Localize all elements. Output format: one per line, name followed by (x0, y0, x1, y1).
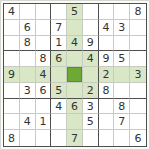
cell-r2c5[interactable] (67, 20, 83, 36)
cell-r1c9[interactable]: 8 (130, 4, 146, 20)
cell-r8c7[interactable] (99, 114, 115, 130)
cell-r7c9[interactable] (130, 99, 146, 115)
cell-r1c8[interactable] (114, 4, 130, 20)
cell-r4c2[interactable] (20, 51, 36, 67)
cell-r1c7[interactable] (99, 4, 115, 20)
cell-r1c4[interactable] (51, 4, 67, 20)
cell-r3c6[interactable]: 9 (83, 36, 99, 52)
cell-r2c7[interactable]: 4 (99, 20, 115, 36)
cell-r7c6[interactable]: 3 (83, 99, 99, 115)
sudoku-board: 458674381498649594233652846384157876 (3, 3, 147, 147)
cell-r9c7[interactable] (99, 130, 115, 146)
cell-r9c5[interactable]: 7 (67, 130, 83, 146)
cell-r2c8[interactable]: 3 (114, 20, 130, 36)
cell-r6c7[interactable]: 8 (99, 83, 115, 99)
cell-r2c2[interactable]: 6 (20, 20, 36, 36)
cell-r7c7[interactable] (99, 99, 115, 115)
cell-r2c4[interactable]: 7 (51, 20, 67, 36)
cell-r9c4[interactable] (51, 130, 67, 146)
cell-r1c2[interactable] (20, 4, 36, 20)
cell-r1c5[interactable]: 5 (67, 4, 83, 20)
cell-r3c7[interactable] (99, 36, 115, 52)
cell-r1c1[interactable]: 4 (4, 4, 20, 20)
cell-r3c2[interactable]: 8 (20, 36, 36, 52)
cell-r2c9[interactable] (130, 20, 146, 36)
cell-r6c4[interactable]: 5 (51, 83, 67, 99)
cell-r5c9[interactable]: 3 (130, 67, 146, 83)
cell-r7c3[interactable] (36, 99, 52, 115)
cell-r5c4[interactable] (51, 67, 67, 83)
cell-r3c4[interactable]: 1 (51, 36, 67, 52)
cell-r2c3[interactable] (36, 20, 52, 36)
cell-r7c2[interactable] (20, 99, 36, 115)
cell-r9c9[interactable]: 6 (130, 130, 146, 146)
cell-r3c3[interactable] (36, 36, 52, 52)
sudoku-page: 458674381498649594233652846384157876 (0, 0, 150, 150)
cell-r6c6[interactable]: 2 (83, 83, 99, 99)
cell-r6c9[interactable] (130, 83, 146, 99)
cell-r4c7[interactable]: 9 (99, 51, 115, 67)
cell-r5c6[interactable] (83, 67, 99, 83)
cell-r1c3[interactable] (36, 4, 52, 20)
cell-r7c4[interactable]: 4 (51, 99, 67, 115)
cell-r7c1[interactable] (4, 99, 20, 115)
cell-r3c5[interactable]: 4 (67, 36, 83, 52)
cell-r8c9[interactable] (130, 114, 146, 130)
cell-r6c5[interactable] (67, 83, 83, 99)
cell-r3c9[interactable] (130, 36, 146, 52)
cell-r8c2[interactable]: 4 (20, 114, 36, 130)
cell-r6c8[interactable] (114, 83, 130, 99)
cell-r8c5[interactable] (67, 114, 83, 130)
cell-r5c7[interactable]: 2 (99, 67, 115, 83)
cell-r3c8[interactable] (114, 36, 130, 52)
cell-r8c3[interactable]: 1 (36, 114, 52, 130)
cell-r9c1[interactable]: 8 (4, 130, 20, 146)
cell-r9c2[interactable] (20, 130, 36, 146)
cell-r4c1[interactable] (4, 51, 20, 67)
cell-r7c8[interactable]: 8 (114, 99, 130, 115)
cell-r5c2[interactable] (20, 67, 36, 83)
cell-r5c8[interactable] (114, 67, 130, 83)
cell-r5c5[interactable] (67, 67, 83, 83)
cell-r4c5[interactable] (67, 51, 83, 67)
cell-r7c5[interactable]: 6 (67, 99, 83, 115)
cell-r8c8[interactable]: 7 (114, 114, 130, 130)
cell-r8c4[interactable] (51, 114, 67, 130)
cell-r6c2[interactable]: 3 (20, 83, 36, 99)
cell-r4c4[interactable]: 6 (51, 51, 67, 67)
cell-r4c9[interactable] (130, 51, 146, 67)
cell-r6c1[interactable] (4, 83, 20, 99)
cell-r1c6[interactable] (83, 4, 99, 20)
cell-r4c8[interactable]: 5 (114, 51, 130, 67)
cell-r3c1[interactable] (4, 36, 20, 52)
cell-r2c1[interactable] (4, 20, 20, 36)
cell-r5c1[interactable]: 9 (4, 67, 20, 83)
cell-r4c3[interactable]: 8 (36, 51, 52, 67)
cell-r5c3[interactable]: 4 (36, 67, 52, 83)
cell-r9c6[interactable] (83, 130, 99, 146)
cell-r2c6[interactable] (83, 20, 99, 36)
cell-r6c3[interactable]: 6 (36, 83, 52, 99)
cell-r8c6[interactable]: 5 (83, 114, 99, 130)
cell-r4c6[interactable]: 4 (83, 51, 99, 67)
cell-r9c3[interactable] (36, 130, 52, 146)
cell-r9c8[interactable] (114, 130, 130, 146)
cell-r8c1[interactable] (4, 114, 20, 130)
